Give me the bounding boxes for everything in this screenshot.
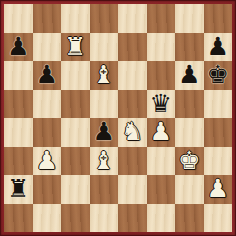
white-pawn[interactable]: ♟ (150, 118, 172, 147)
square-h2[interactable]: ♟ (204, 175, 233, 204)
square-c1[interactable] (61, 204, 90, 233)
white-king[interactable]: ♚ (178, 147, 200, 176)
square-h7[interactable]: ♟ (204, 33, 233, 62)
square-g5[interactable] (175, 90, 204, 119)
square-h3[interactable] (204, 147, 233, 176)
square-c5[interactable] (61, 90, 90, 119)
square-h4[interactable] (204, 118, 233, 147)
square-a8[interactable] (4, 4, 33, 33)
square-d2[interactable] (90, 175, 119, 204)
square-c4[interactable] (61, 118, 90, 147)
square-f7[interactable] (147, 33, 176, 62)
square-f8[interactable] (147, 4, 176, 33)
black-pawn[interactable]: ♟ (7, 33, 29, 62)
square-d5[interactable] (90, 90, 119, 119)
square-e2[interactable] (118, 175, 147, 204)
square-e7[interactable] (118, 33, 147, 62)
square-g8[interactable] (175, 4, 204, 33)
black-pawn[interactable]: ♟ (178, 61, 200, 90)
square-b3[interactable]: ♟ (33, 147, 62, 176)
square-d4[interactable]: ♟ (90, 118, 119, 147)
square-e1[interactable] (118, 204, 147, 233)
square-a5[interactable] (4, 90, 33, 119)
square-d6[interactable]: ♝ (90, 61, 119, 90)
white-bishop[interactable]: ♝ (93, 147, 115, 176)
square-d8[interactable] (90, 4, 119, 33)
square-h8[interactable] (204, 4, 233, 33)
square-a2[interactable]: ♜ (4, 175, 33, 204)
square-a3[interactable] (4, 147, 33, 176)
square-g2[interactable] (175, 175, 204, 204)
square-b2[interactable] (33, 175, 62, 204)
white-pawn[interactable]: ♟ (36, 147, 58, 176)
square-f3[interactable] (147, 147, 176, 176)
square-e4[interactable]: ♞ (118, 118, 147, 147)
square-c2[interactable] (61, 175, 90, 204)
square-h5[interactable] (204, 90, 233, 119)
square-h6[interactable]: ♚ (204, 61, 233, 90)
square-f4[interactable]: ♟ (147, 118, 176, 147)
white-pawn[interactable]: ♟ (207, 175, 229, 204)
square-c7[interactable]: ♜ (61, 33, 90, 62)
square-d1[interactable] (90, 204, 119, 233)
square-f6[interactable] (147, 61, 176, 90)
square-f2[interactable] (147, 175, 176, 204)
square-b1[interactable] (33, 204, 62, 233)
black-rook[interactable]: ♜ (7, 175, 29, 204)
square-c6[interactable] (61, 61, 90, 90)
square-d7[interactable] (90, 33, 119, 62)
square-g7[interactable] (175, 33, 204, 62)
square-h1[interactable] (204, 204, 233, 233)
square-f1[interactable] (147, 204, 176, 233)
square-g3[interactable]: ♚ (175, 147, 204, 176)
square-d3[interactable]: ♝ (90, 147, 119, 176)
square-b8[interactable] (33, 4, 62, 33)
square-e3[interactable] (118, 147, 147, 176)
square-e6[interactable] (118, 61, 147, 90)
square-b5[interactable] (33, 90, 62, 119)
black-pawn[interactable]: ♟ (93, 118, 115, 147)
square-a7[interactable]: ♟ (4, 33, 33, 62)
square-b7[interactable] (33, 33, 62, 62)
white-bishop[interactable]: ♝ (93, 61, 115, 90)
square-f5[interactable]: ♛ (147, 90, 176, 119)
square-g6[interactable]: ♟ (175, 61, 204, 90)
square-a6[interactable] (4, 61, 33, 90)
square-e8[interactable] (118, 4, 147, 33)
square-a1[interactable] (4, 204, 33, 233)
white-rook[interactable]: ♜ (64, 33, 86, 62)
board-frame: ♟♜♟♟♝♟♚♛♟♞♟♟♝♚♜♟ (0, 0, 236, 236)
white-knight[interactable]: ♞ (121, 118, 143, 147)
square-c3[interactable] (61, 147, 90, 176)
square-b6[interactable]: ♟ (33, 61, 62, 90)
square-g1[interactable] (175, 204, 204, 233)
black-pawn[interactable]: ♟ (207, 33, 229, 62)
square-b4[interactable] (33, 118, 62, 147)
black-king[interactable]: ♚ (207, 61, 229, 90)
square-a4[interactable] (4, 118, 33, 147)
square-g4[interactable] (175, 118, 204, 147)
black-queen[interactable]: ♛ (150, 90, 172, 119)
chessboard: ♟♜♟♟♝♟♚♛♟♞♟♟♝♚♜♟ (4, 4, 232, 232)
black-pawn[interactable]: ♟ (36, 61, 58, 90)
square-e5[interactable] (118, 90, 147, 119)
square-c8[interactable] (61, 4, 90, 33)
